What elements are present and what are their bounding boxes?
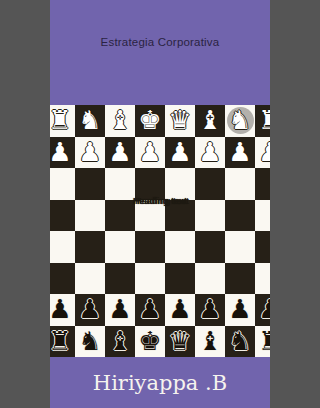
white-pawn-icon: ♟ [168, 137, 191, 168]
square: ♟ [225, 294, 255, 326]
board-overlay-text: Heading text [50, 196, 270, 207]
square [165, 263, 195, 295]
black-pawn-icon: ♟ [50, 294, 72, 325]
white-knight-icon: ♞ [78, 105, 101, 136]
black-pawn-icon: ♟ [198, 294, 221, 325]
square: ♟ [75, 137, 105, 169]
white-rook-icon: ♜ [50, 105, 72, 136]
square: ♝ [195, 326, 225, 358]
black-pawn-icon: ♟ [78, 294, 101, 325]
square [225, 168, 255, 200]
square: ♚ [135, 105, 165, 137]
square [165, 231, 195, 263]
white-knight-icon: ♞ [228, 105, 251, 136]
black-bishop-icon: ♝ [108, 326, 131, 357]
square: ♝ [105, 105, 135, 137]
white-rook-icon: ♜ [258, 105, 270, 136]
black-pawn-icon: ♟ [228, 294, 251, 325]
square: ♜ [255, 326, 270, 358]
square: ♟ [225, 137, 255, 169]
square: ♟ [195, 294, 225, 326]
square [195, 168, 225, 200]
square [50, 231, 75, 263]
square: ♜ [50, 326, 75, 358]
white-pawn-icon: ♟ [258, 137, 270, 168]
square [75, 168, 105, 200]
square [255, 231, 270, 263]
black-rook-icon: ♜ [258, 326, 270, 357]
white-king-icon: ♚ [138, 105, 161, 136]
square [135, 263, 165, 295]
square [195, 231, 225, 263]
white-pawn-icon: ♟ [228, 137, 251, 168]
square [255, 263, 270, 295]
square: ♟ [135, 294, 165, 326]
square [195, 263, 225, 295]
white-bishop-icon: ♝ [198, 105, 221, 136]
author-name: Hiriyappa .B [50, 368, 270, 398]
square: ♚ [135, 326, 165, 358]
square: ♟ [195, 137, 225, 169]
black-queen-icon: ♛ [168, 326, 191, 357]
white-bishop-icon: ♝ [108, 105, 131, 136]
square: ♟ [255, 294, 270, 326]
square: ♝ [195, 105, 225, 137]
square [165, 168, 195, 200]
square: ♟ [105, 137, 135, 169]
white-queen-icon: ♛ [168, 105, 191, 136]
square: ♟ [255, 137, 270, 169]
square [255, 168, 270, 200]
square: ♟ [75, 294, 105, 326]
square: ♟ [135, 137, 165, 169]
white-pawn-icon: ♟ [198, 137, 221, 168]
black-pawn-icon: ♟ [138, 294, 161, 325]
square: ♝ [105, 326, 135, 358]
square [50, 263, 75, 295]
black-king-icon: ♚ [138, 326, 161, 357]
square [50, 168, 75, 200]
square [135, 231, 165, 263]
square: ♟ [105, 294, 135, 326]
black-bishop-icon: ♝ [198, 326, 221, 357]
square: ♜ [255, 105, 270, 137]
square: ♟ [165, 137, 195, 169]
white-pawn-icon: ♟ [50, 137, 72, 168]
white-pawn-icon: ♟ [78, 137, 101, 168]
square [105, 168, 135, 200]
square: ♟ [50, 294, 75, 326]
square [225, 263, 255, 295]
square: ♜ [50, 105, 75, 137]
square: ♞ [75, 326, 105, 358]
square: ♞ [225, 105, 255, 137]
square [105, 231, 135, 263]
black-pawn-icon: ♟ [168, 294, 191, 325]
black-knight-icon: ♞ [228, 326, 251, 357]
black-pawn-icon: ♟ [258, 294, 270, 325]
book-cover: Estrategia Corporativa ♜♞♝♚♛♝♞♜♟♟♟♟♟♟♟♟♟… [50, 0, 270, 408]
chess-board: ♜♞♝♚♛♝♞♜♟♟♟♟♟♟♟♟♟♟♟♟♟♟♟♟♜♞♝♚♛♝♞♜ [50, 105, 270, 357]
square: ♞ [225, 326, 255, 358]
square [225, 231, 255, 263]
book-title: Estrategia Corporativa [50, 35, 270, 49]
black-pawn-icon: ♟ [108, 294, 131, 325]
black-knight-icon: ♞ [78, 326, 101, 357]
black-rook-icon: ♜ [50, 326, 72, 357]
square: ♛ [165, 105, 195, 137]
white-pawn-icon: ♟ [138, 137, 161, 168]
square: ♞ [75, 105, 105, 137]
square [75, 231, 105, 263]
square: ♟ [50, 137, 75, 169]
square [135, 168, 165, 200]
square: ♛ [165, 326, 195, 358]
white-pawn-icon: ♟ [108, 137, 131, 168]
square [75, 263, 105, 295]
square [105, 263, 135, 295]
square: ♟ [165, 294, 195, 326]
